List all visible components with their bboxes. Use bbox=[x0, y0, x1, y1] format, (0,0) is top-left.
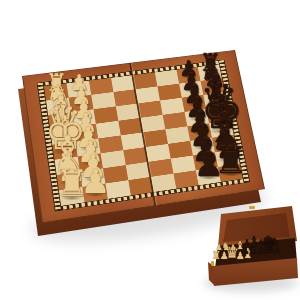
box-clasp-icon bbox=[211, 261, 214, 266]
box-hinge-icon bbox=[249, 206, 255, 209]
storage-box: ♟♞♟♝♜♟♛♟♝♟♝♟♚♞♟♜♟♛♟ bbox=[194, 198, 300, 300]
product-photo-stage: ♜♞♝♛♚♝♞♜♟♟♟♟♟♟♟♟♟♟♟♟♟♟♟♟♜♞♝♛♚♝♞♜ ♟♞♟♝♜♟♛… bbox=[0, 0, 300, 300]
